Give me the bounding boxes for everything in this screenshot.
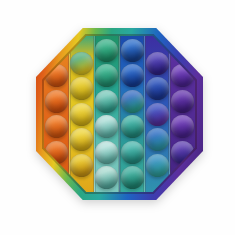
bubble-c4-r6[interactable] xyxy=(121,166,144,189)
popit-face xyxy=(44,36,195,192)
bubble-c2-r1[interactable] xyxy=(70,52,93,75)
bubble-c4-r4[interactable] xyxy=(121,115,144,138)
bubble-c4-r2[interactable] xyxy=(121,64,144,87)
bubble-c5-r5[interactable] xyxy=(146,154,169,177)
bubble-c5-r1[interactable] xyxy=(146,52,169,75)
bubble-c4-r5[interactable] xyxy=(121,141,144,164)
bubble-c2-r5[interactable] xyxy=(70,154,93,177)
bubble-c4-r3[interactable] xyxy=(121,90,144,113)
bubble-c3-r5[interactable] xyxy=(95,141,118,164)
bubble-c5-r4[interactable] xyxy=(146,128,169,151)
photo-background xyxy=(0,0,235,235)
bubble-c3-r3[interactable] xyxy=(95,90,118,113)
bubble-c5-r2[interactable] xyxy=(146,77,169,100)
popit-toy xyxy=(36,28,203,200)
bubble-c5-r3[interactable] xyxy=(146,103,169,126)
bubble-c1-r2[interactable] xyxy=(45,90,68,113)
bubble-c3-r1[interactable] xyxy=(95,39,118,62)
column-divider-2 xyxy=(93,36,96,192)
column-divider-3 xyxy=(118,36,121,192)
bubble-c4-r1[interactable] xyxy=(121,39,144,62)
bubble-c6-r2[interactable] xyxy=(171,90,194,113)
column-divider-5 xyxy=(168,36,171,192)
bubble-c6-r3[interactable] xyxy=(171,115,194,138)
bubble-c2-r3[interactable] xyxy=(70,103,93,126)
